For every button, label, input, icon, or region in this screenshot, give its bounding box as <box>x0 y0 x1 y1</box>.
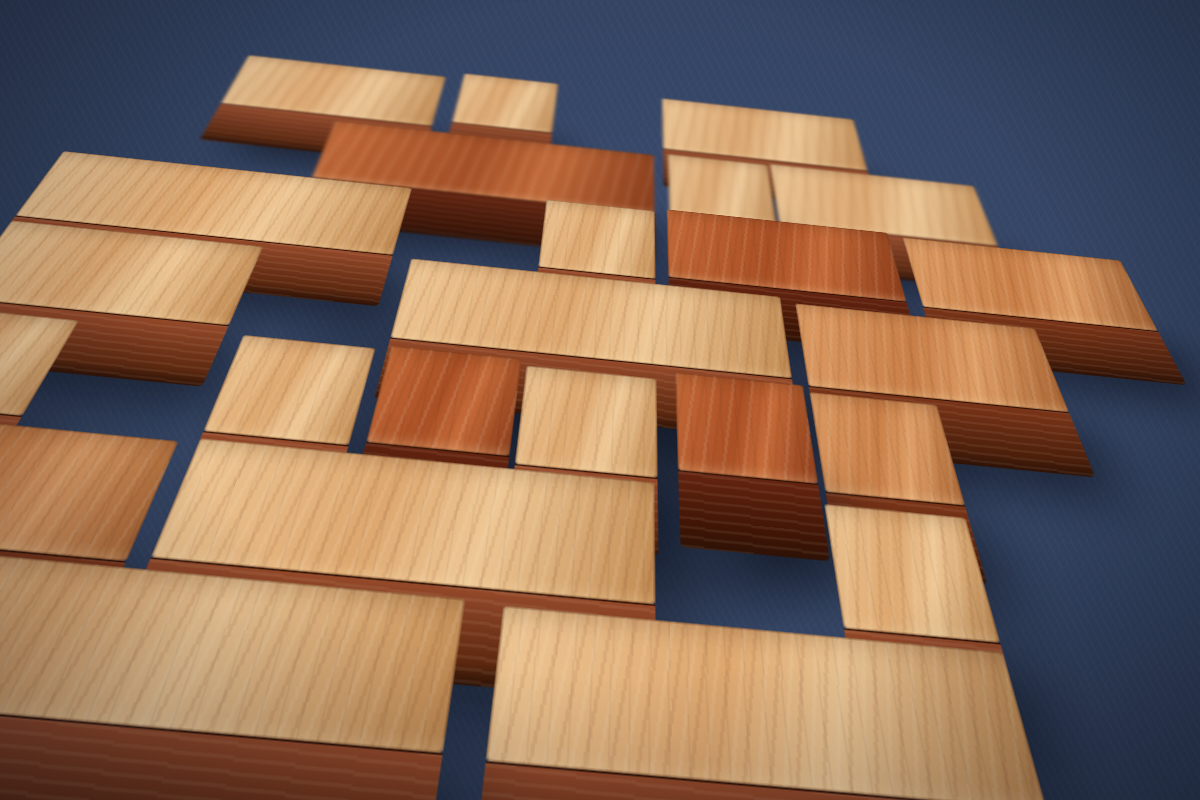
piece-M-dark-cube[interactable] <box>366 346 521 456</box>
table-surface <box>0 0 1200 800</box>
piece-O-dark-cube[interactable] <box>675 372 818 483</box>
puzzle-board <box>0 39 1200 800</box>
piece-L-light-ell[interactable] <box>204 335 376 445</box>
piece-N-light-cube[interactable] <box>515 366 658 478</box>
piece-A-light-bar-2[interactable] <box>221 55 446 126</box>
piece-B-light-cube[interactable] <box>452 73 558 133</box>
piece-I-orange-bar-2[interactable] <box>902 237 1157 331</box>
piece-R-light-ell[interactable] <box>824 504 1000 643</box>
piece-P-orange-bar-2[interactable] <box>0 411 178 561</box>
piece-G-light-tee[interactable] <box>538 200 655 279</box>
